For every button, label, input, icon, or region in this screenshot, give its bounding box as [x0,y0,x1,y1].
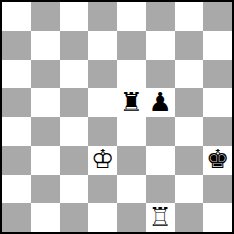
square-g7[interactable] [175,31,204,60]
square-a8[interactable] [2,2,31,31]
square-b5[interactable] [31,88,60,117]
square-h4[interactable] [203,117,232,146]
square-g6[interactable] [175,60,204,89]
square-e2[interactable] [117,175,146,204]
black-rook-e5[interactable]: ♜ [120,89,143,115]
square-h6[interactable] [203,60,232,89]
square-g1[interactable] [175,203,204,232]
square-a1[interactable] [2,203,31,232]
square-f4[interactable] [146,117,175,146]
square-h8[interactable] [203,2,232,31]
square-c6[interactable] [60,60,89,89]
square-e1[interactable] [117,203,146,232]
square-h7[interactable] [203,31,232,60]
chess-diagram: ♜♟♔♚♖ [0,0,234,234]
square-h2[interactable] [203,175,232,204]
square-b3[interactable] [31,146,60,175]
square-b1[interactable] [31,203,60,232]
square-g2[interactable] [175,175,204,204]
white-king-d3[interactable]: ♔ [91,146,114,172]
square-d6[interactable] [88,60,117,89]
square-c2[interactable] [60,175,89,204]
square-c8[interactable] [60,2,89,31]
square-f7[interactable] [146,31,175,60]
square-b8[interactable] [31,2,60,31]
square-e4[interactable] [117,117,146,146]
square-a7[interactable] [2,31,31,60]
square-f2[interactable] [146,175,175,204]
square-g3[interactable] [175,146,204,175]
square-e6[interactable] [117,60,146,89]
square-c4[interactable] [60,117,89,146]
square-h5[interactable] [203,88,232,117]
square-e8[interactable] [117,2,146,31]
square-e5[interactable]: ♜ [117,88,146,117]
white-rook-f1[interactable]: ♖ [148,204,171,230]
square-c5[interactable] [60,88,89,117]
square-b6[interactable] [31,60,60,89]
square-b4[interactable] [31,117,60,146]
square-b7[interactable] [31,31,60,60]
square-d4[interactable] [88,117,117,146]
square-e7[interactable] [117,31,146,60]
square-a4[interactable] [2,117,31,146]
square-f8[interactable] [146,2,175,31]
square-h3[interactable]: ♚ [203,146,232,175]
black-pawn-f5[interactable]: ♟ [148,89,171,115]
square-d2[interactable] [88,175,117,204]
square-c1[interactable] [60,203,89,232]
square-b2[interactable] [31,175,60,204]
chess-board: ♜♟♔♚♖ [0,0,234,234]
square-h1[interactable] [203,203,232,232]
square-g4[interactable] [175,117,204,146]
square-a5[interactable] [2,88,31,117]
square-c7[interactable] [60,31,89,60]
square-e3[interactable] [117,146,146,175]
square-c3[interactable] [60,146,89,175]
square-d1[interactable] [88,203,117,232]
square-d3[interactable]: ♔ [88,146,117,175]
square-f1[interactable]: ♖ [146,203,175,232]
square-g8[interactable] [175,2,204,31]
square-a3[interactable] [2,146,31,175]
square-f3[interactable] [146,146,175,175]
square-d7[interactable] [88,31,117,60]
black-king-h3[interactable]: ♚ [206,146,229,172]
square-g5[interactable] [175,88,204,117]
square-a6[interactable] [2,60,31,89]
square-f6[interactable] [146,60,175,89]
square-f5[interactable]: ♟ [146,88,175,117]
square-a2[interactable] [2,175,31,204]
square-d8[interactable] [88,2,117,31]
square-d5[interactable] [88,88,117,117]
